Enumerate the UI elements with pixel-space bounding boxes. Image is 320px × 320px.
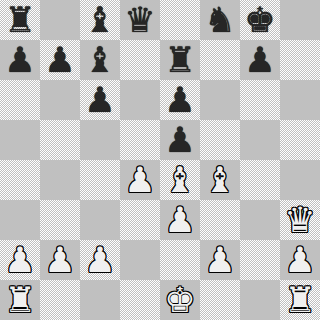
square-e5[interactable]: ♟ xyxy=(160,120,200,160)
square-b2[interactable]: ♟ xyxy=(40,240,80,280)
square-a1[interactable]: ♜ xyxy=(0,280,40,320)
square-h7[interactable] xyxy=(280,40,320,80)
square-h2[interactable]: ♟ xyxy=(280,240,320,280)
square-d4[interactable]: ♟ xyxy=(120,160,160,200)
square-a4[interactable] xyxy=(0,160,40,200)
black-king-piece: ♚ xyxy=(240,0,280,40)
square-d8[interactable]: ♛ xyxy=(120,0,160,40)
square-f2[interactable]: ♟ xyxy=(200,240,240,280)
square-b3[interactable] xyxy=(40,200,80,240)
square-e1[interactable]: ♚ xyxy=(160,280,200,320)
square-c4[interactable] xyxy=(80,160,120,200)
square-e3[interactable]: ♟ xyxy=(160,200,200,240)
square-e4[interactable]: ♝ xyxy=(160,160,200,200)
chess-board: ♜♝♛♞♚♟♟♝♜♟♟♟♟♟♝♝♟♛♟♟♟♟♟♜♚♜ xyxy=(0,0,320,320)
white-bishop-piece: ♝ xyxy=(200,160,240,200)
square-g7[interactable]: ♟ xyxy=(240,40,280,80)
square-f7[interactable] xyxy=(200,40,240,80)
square-f4[interactable]: ♝ xyxy=(200,160,240,200)
black-pawn-piece: ♟ xyxy=(160,120,200,160)
square-f5[interactable] xyxy=(200,120,240,160)
square-a6[interactable] xyxy=(0,80,40,120)
square-a7[interactable]: ♟ xyxy=(0,40,40,80)
black-pawn-piece: ♟ xyxy=(160,80,200,120)
square-g5[interactable] xyxy=(240,120,280,160)
square-d1[interactable] xyxy=(120,280,160,320)
square-b6[interactable] xyxy=(40,80,80,120)
square-h5[interactable] xyxy=(280,120,320,160)
white-pawn-piece: ♟ xyxy=(0,240,40,280)
white-pawn-piece: ♟ xyxy=(80,240,120,280)
black-bishop-piece: ♝ xyxy=(80,0,120,40)
black-bishop-piece: ♝ xyxy=(80,40,120,80)
square-f1[interactable] xyxy=(200,280,240,320)
white-pawn-piece: ♟ xyxy=(280,240,320,280)
white-rook-piece: ♜ xyxy=(0,280,40,320)
square-f6[interactable] xyxy=(200,80,240,120)
white-pawn-piece: ♟ xyxy=(160,200,200,240)
black-pawn-piece: ♟ xyxy=(80,80,120,120)
square-b1[interactable] xyxy=(40,280,80,320)
black-rook-piece: ♜ xyxy=(0,0,40,40)
square-c6[interactable]: ♟ xyxy=(80,80,120,120)
square-g2[interactable] xyxy=(240,240,280,280)
square-d5[interactable] xyxy=(120,120,160,160)
black-rook-piece: ♜ xyxy=(160,40,200,80)
square-c1[interactable] xyxy=(80,280,120,320)
white-pawn-piece: ♟ xyxy=(200,240,240,280)
square-c8[interactable]: ♝ xyxy=(80,0,120,40)
square-c7[interactable]: ♝ xyxy=(80,40,120,80)
black-knight-piece: ♞ xyxy=(200,0,240,40)
square-h8[interactable] xyxy=(280,0,320,40)
white-queen-piece: ♛ xyxy=(280,200,320,240)
square-b7[interactable]: ♟ xyxy=(40,40,80,80)
white-pawn-piece: ♟ xyxy=(120,160,160,200)
square-g8[interactable]: ♚ xyxy=(240,0,280,40)
square-a5[interactable] xyxy=(0,120,40,160)
square-f8[interactable]: ♞ xyxy=(200,0,240,40)
square-h3[interactable]: ♛ xyxy=(280,200,320,240)
black-pawn-piece: ♟ xyxy=(40,40,80,80)
square-e8[interactable] xyxy=(160,0,200,40)
black-pawn-piece: ♟ xyxy=(0,40,40,80)
square-h4[interactable] xyxy=(280,160,320,200)
square-f3[interactable] xyxy=(200,200,240,240)
square-e2[interactable] xyxy=(160,240,200,280)
black-pawn-piece: ♟ xyxy=(240,40,280,80)
white-king-piece: ♚ xyxy=(160,280,200,320)
square-h6[interactable] xyxy=(280,80,320,120)
square-d7[interactable] xyxy=(120,40,160,80)
white-rook-piece: ♜ xyxy=(280,280,320,320)
square-d6[interactable] xyxy=(120,80,160,120)
square-g3[interactable] xyxy=(240,200,280,240)
square-a8[interactable]: ♜ xyxy=(0,0,40,40)
black-queen-piece: ♛ xyxy=(120,0,160,40)
square-h1[interactable]: ♜ xyxy=(280,280,320,320)
white-bishop-piece: ♝ xyxy=(160,160,200,200)
square-c3[interactable] xyxy=(80,200,120,240)
square-g6[interactable] xyxy=(240,80,280,120)
square-a3[interactable] xyxy=(0,200,40,240)
square-g1[interactable] xyxy=(240,280,280,320)
square-c5[interactable] xyxy=(80,120,120,160)
white-pawn-piece: ♟ xyxy=(40,240,80,280)
square-b5[interactable] xyxy=(40,120,80,160)
square-e7[interactable]: ♜ xyxy=(160,40,200,80)
square-b8[interactable] xyxy=(40,0,80,40)
square-g4[interactable] xyxy=(240,160,280,200)
square-d2[interactable] xyxy=(120,240,160,280)
square-c2[interactable]: ♟ xyxy=(80,240,120,280)
square-e6[interactable]: ♟ xyxy=(160,80,200,120)
square-b4[interactable] xyxy=(40,160,80,200)
square-d3[interactable] xyxy=(120,200,160,240)
square-a2[interactable]: ♟ xyxy=(0,240,40,280)
